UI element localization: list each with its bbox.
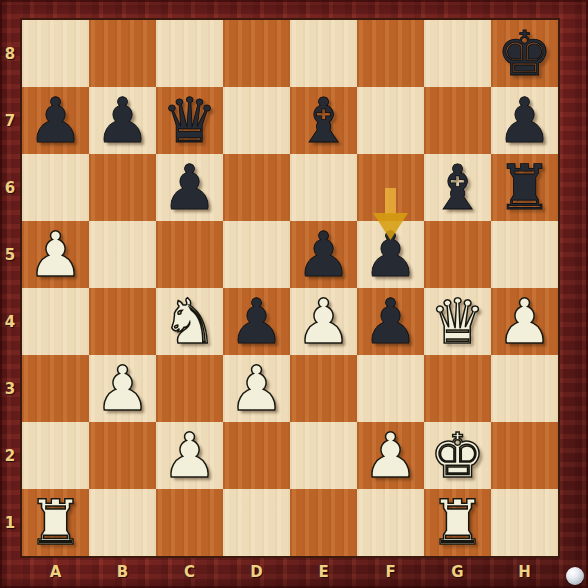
square-g3[interactable] (424, 355, 491, 422)
file-label-g: G (424, 558, 491, 586)
square-f6[interactable] (357, 154, 424, 221)
square-d5[interactable] (223, 221, 290, 288)
square-d1[interactable] (223, 489, 290, 556)
square-b8[interactable] (89, 20, 156, 87)
piece-black-pawn[interactable]: ♟ (28, 87, 84, 154)
square-a2[interactable] (22, 422, 89, 489)
square-g1[interactable]: ♜ (424, 489, 491, 556)
piece-black-pawn[interactable]: ♟ (296, 221, 352, 288)
square-b2[interactable] (89, 422, 156, 489)
square-a1[interactable]: ♜ (22, 489, 89, 556)
piece-white-pawn[interactable]: ♟ (296, 288, 352, 355)
piece-black-pawn[interactable]: ♟ (95, 87, 151, 154)
rank-label-5: 5 (0, 221, 20, 288)
square-f7[interactable] (357, 87, 424, 154)
square-d4[interactable]: ♟ (223, 288, 290, 355)
piece-white-pawn[interactable]: ♟ (95, 355, 151, 422)
square-h8[interactable]: ♚ (491, 20, 558, 87)
piece-white-rook[interactable]: ♜ (28, 489, 84, 556)
square-e8[interactable] (290, 20, 357, 87)
square-a5[interactable]: ♟ (22, 221, 89, 288)
chessboard-frame: 87654321 ♚♟♟♛♝♟♟♝♜♟♟♟♞♟♟♟♛♟♟♟♟♟♚♜♜ ABCDE… (0, 0, 588, 588)
square-e7[interactable]: ♝ (290, 87, 357, 154)
square-a7[interactable]: ♟ (22, 87, 89, 154)
square-e4[interactable]: ♟ (290, 288, 357, 355)
square-e1[interactable] (290, 489, 357, 556)
piece-white-pawn[interactable]: ♟ (497, 288, 553, 355)
board: ♚♟♟♛♝♟♟♝♜♟♟♟♞♟♟♟♛♟♟♟♟♟♚♜♜ (20, 18, 560, 558)
square-b7[interactable]: ♟ (89, 87, 156, 154)
file-label-c: C (156, 558, 223, 586)
square-d3[interactable]: ♟ (223, 355, 290, 422)
square-c5[interactable] (156, 221, 223, 288)
square-e6[interactable] (290, 154, 357, 221)
piece-white-pawn[interactable]: ♟ (162, 422, 218, 489)
square-h3[interactable] (491, 355, 558, 422)
square-f8[interactable] (357, 20, 424, 87)
square-c8[interactable] (156, 20, 223, 87)
piece-white-queen[interactable]: ♛ (430, 288, 486, 355)
square-f3[interactable] (357, 355, 424, 422)
piece-white-knight[interactable]: ♞ (162, 288, 218, 355)
square-h5[interactable] (491, 221, 558, 288)
piece-white-rook[interactable]: ♜ (430, 489, 486, 556)
piece-white-pawn[interactable]: ♟ (229, 355, 285, 422)
square-h4[interactable]: ♟ (491, 288, 558, 355)
square-b3[interactable]: ♟ (89, 355, 156, 422)
square-c2[interactable]: ♟ (156, 422, 223, 489)
square-a8[interactable] (22, 20, 89, 87)
square-c3[interactable] (156, 355, 223, 422)
side-to-move-indicator (566, 567, 584, 585)
square-e3[interactable] (290, 355, 357, 422)
file-label-d: D (223, 558, 290, 586)
piece-black-queen[interactable]: ♛ (162, 87, 218, 154)
square-d2[interactable] (223, 422, 290, 489)
piece-white-king[interactable]: ♚ (430, 422, 486, 489)
square-c7[interactable]: ♛ (156, 87, 223, 154)
square-f4[interactable]: ♟ (357, 288, 424, 355)
rank-label-1: 1 (0, 489, 20, 556)
square-b6[interactable] (89, 154, 156, 221)
square-g4[interactable]: ♛ (424, 288, 491, 355)
piece-black-pawn[interactable]: ♟ (497, 87, 553, 154)
square-b1[interactable] (89, 489, 156, 556)
square-g7[interactable] (424, 87, 491, 154)
rank-label-4: 4 (0, 288, 20, 355)
square-a4[interactable] (22, 288, 89, 355)
file-label-a: A (22, 558, 89, 586)
square-d7[interactable] (223, 87, 290, 154)
rank-labels: 87654321 (0, 20, 20, 556)
file-labels: ABCDEFGH (22, 558, 558, 586)
square-d8[interactable] (223, 20, 290, 87)
piece-black-pawn[interactable]: ♟ (229, 288, 285, 355)
square-f1[interactable] (357, 489, 424, 556)
file-label-e: E (290, 558, 357, 586)
square-c1[interactable] (156, 489, 223, 556)
square-c4[interactable]: ♞ (156, 288, 223, 355)
square-f5[interactable]: ♟ (357, 221, 424, 288)
rank-label-3: 3 (0, 355, 20, 422)
square-b4[interactable] (89, 288, 156, 355)
square-a6[interactable] (22, 154, 89, 221)
file-label-f: F (357, 558, 424, 586)
square-g6[interactable]: ♝ (424, 154, 491, 221)
piece-black-king[interactable]: ♚ (497, 20, 553, 87)
piece-black-pawn[interactable]: ♟ (363, 288, 419, 355)
piece-black-bishop[interactable]: ♝ (430, 154, 486, 221)
square-e5[interactable]: ♟ (290, 221, 357, 288)
rank-label-6: 6 (0, 154, 20, 221)
rank-label-7: 7 (0, 87, 20, 154)
piece-white-pawn[interactable]: ♟ (28, 221, 84, 288)
piece-black-bishop[interactable]: ♝ (296, 87, 352, 154)
rank-label-8: 8 (0, 20, 20, 87)
square-b5[interactable] (89, 221, 156, 288)
square-h1[interactable] (491, 489, 558, 556)
square-h7[interactable]: ♟ (491, 87, 558, 154)
piece-black-rook[interactable]: ♜ (497, 154, 553, 221)
square-f2[interactable]: ♟ (357, 422, 424, 489)
square-e2[interactable] (290, 422, 357, 489)
square-h2[interactable] (491, 422, 558, 489)
square-g2[interactable]: ♚ (424, 422, 491, 489)
file-label-h: H (491, 558, 558, 586)
square-a3[interactable] (22, 355, 89, 422)
piece-white-pawn[interactable]: ♟ (363, 422, 419, 489)
square-h6[interactable]: ♜ (491, 154, 558, 221)
piece-black-pawn[interactable]: ♟ (162, 154, 218, 221)
square-c6[interactable]: ♟ (156, 154, 223, 221)
piece-black-pawn[interactable]: ♟ (363, 221, 419, 288)
square-d6[interactable] (223, 154, 290, 221)
square-g5[interactable] (424, 221, 491, 288)
rank-label-2: 2 (0, 422, 20, 489)
file-label-b: B (89, 558, 156, 586)
square-g8[interactable] (424, 20, 491, 87)
